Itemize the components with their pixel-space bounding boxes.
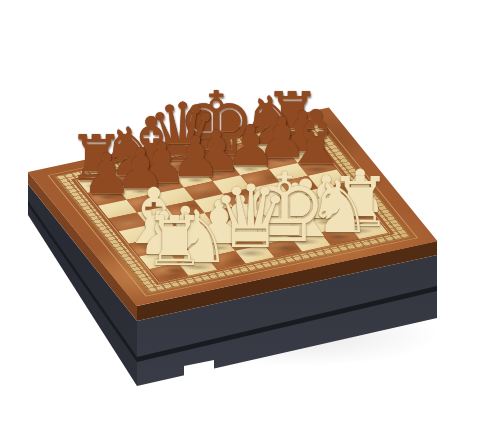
chess-set-product-photo: ♜♞♝♛♚♞♜♝♟♟♟♟♟♟♟♟♝♟♟♟♟♟♟♟♟♜♞♛♚♝♞♜ bbox=[0, 0, 500, 434]
